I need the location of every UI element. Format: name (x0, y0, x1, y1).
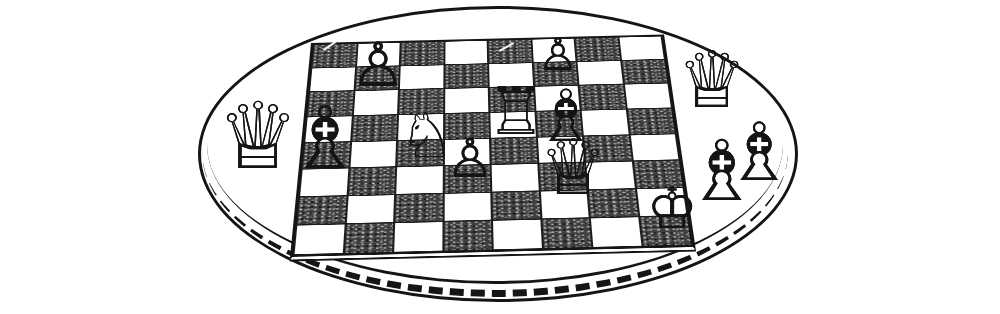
square-e1 (492, 219, 543, 250)
square-g6 (579, 84, 627, 110)
square-g1 (590, 217, 642, 248)
chess-board (290, 34, 696, 261)
square-f5 (535, 110, 583, 137)
square-b1 (343, 223, 394, 254)
square-g7 (576, 60, 623, 85)
square-c4 (396, 139, 443, 167)
square-g5 (581, 109, 630, 136)
engraving-scene: ♙♙♖♗♘♗♙♕♔♕♕♗♗ (0, 0, 1000, 314)
square-c7 (399, 65, 444, 90)
square-b2 (345, 194, 395, 224)
square-h7 (621, 59, 669, 84)
square-e5 (489, 111, 536, 138)
square-f6 (534, 85, 581, 111)
square-f1 (541, 218, 592, 249)
square-d1 (443, 220, 493, 251)
square-f7 (532, 61, 578, 86)
square-d8 (444, 40, 488, 64)
square-b5 (351, 115, 398, 142)
square-b6 (352, 90, 399, 116)
square-f8 (531, 38, 576, 62)
square-d5 (444, 112, 490, 139)
square-d3 (443, 165, 491, 194)
square-e8 (488, 39, 533, 63)
square-h5 (626, 108, 675, 135)
square-d4 (443, 138, 490, 166)
square-a4 (302, 141, 351, 169)
square-a6 (307, 91, 354, 117)
square-c2 (394, 193, 443, 223)
square-e2 (491, 191, 541, 221)
square-c1 (393, 222, 443, 253)
square-g8 (575, 37, 621, 61)
square-a7 (309, 67, 355, 92)
square-g2 (587, 188, 638, 218)
square-c8 (400, 41, 444, 65)
square-a8 (311, 43, 357, 67)
square-d7 (444, 64, 489, 89)
square-a2 (296, 196, 347, 226)
square-c6 (398, 89, 444, 115)
square-f2 (539, 190, 589, 220)
square-d6 (444, 88, 490, 114)
square-a1 (293, 224, 345, 255)
square-b7 (354, 66, 400, 91)
square-h3 (632, 160, 683, 189)
square-a5 (304, 116, 352, 143)
square-h6 (623, 83, 672, 109)
square-h2 (635, 187, 687, 217)
square-g4 (583, 135, 632, 163)
square-h4 (629, 133, 679, 161)
square-d2 (443, 192, 492, 222)
square-c3 (395, 166, 443, 195)
square-f4 (536, 136, 585, 164)
square-c5 (397, 113, 444, 140)
square-a3 (299, 168, 349, 197)
square-e7 (488, 62, 533, 87)
square-b8 (356, 42, 401, 66)
square-f3 (538, 162, 588, 191)
square-e3 (491, 163, 540, 192)
square-h1 (639, 216, 692, 247)
square-h8 (618, 36, 665, 60)
square-g3 (585, 161, 635, 190)
square-b3 (347, 167, 396, 196)
square-e6 (489, 86, 535, 112)
square-e4 (490, 137, 538, 165)
square-b4 (349, 140, 397, 168)
